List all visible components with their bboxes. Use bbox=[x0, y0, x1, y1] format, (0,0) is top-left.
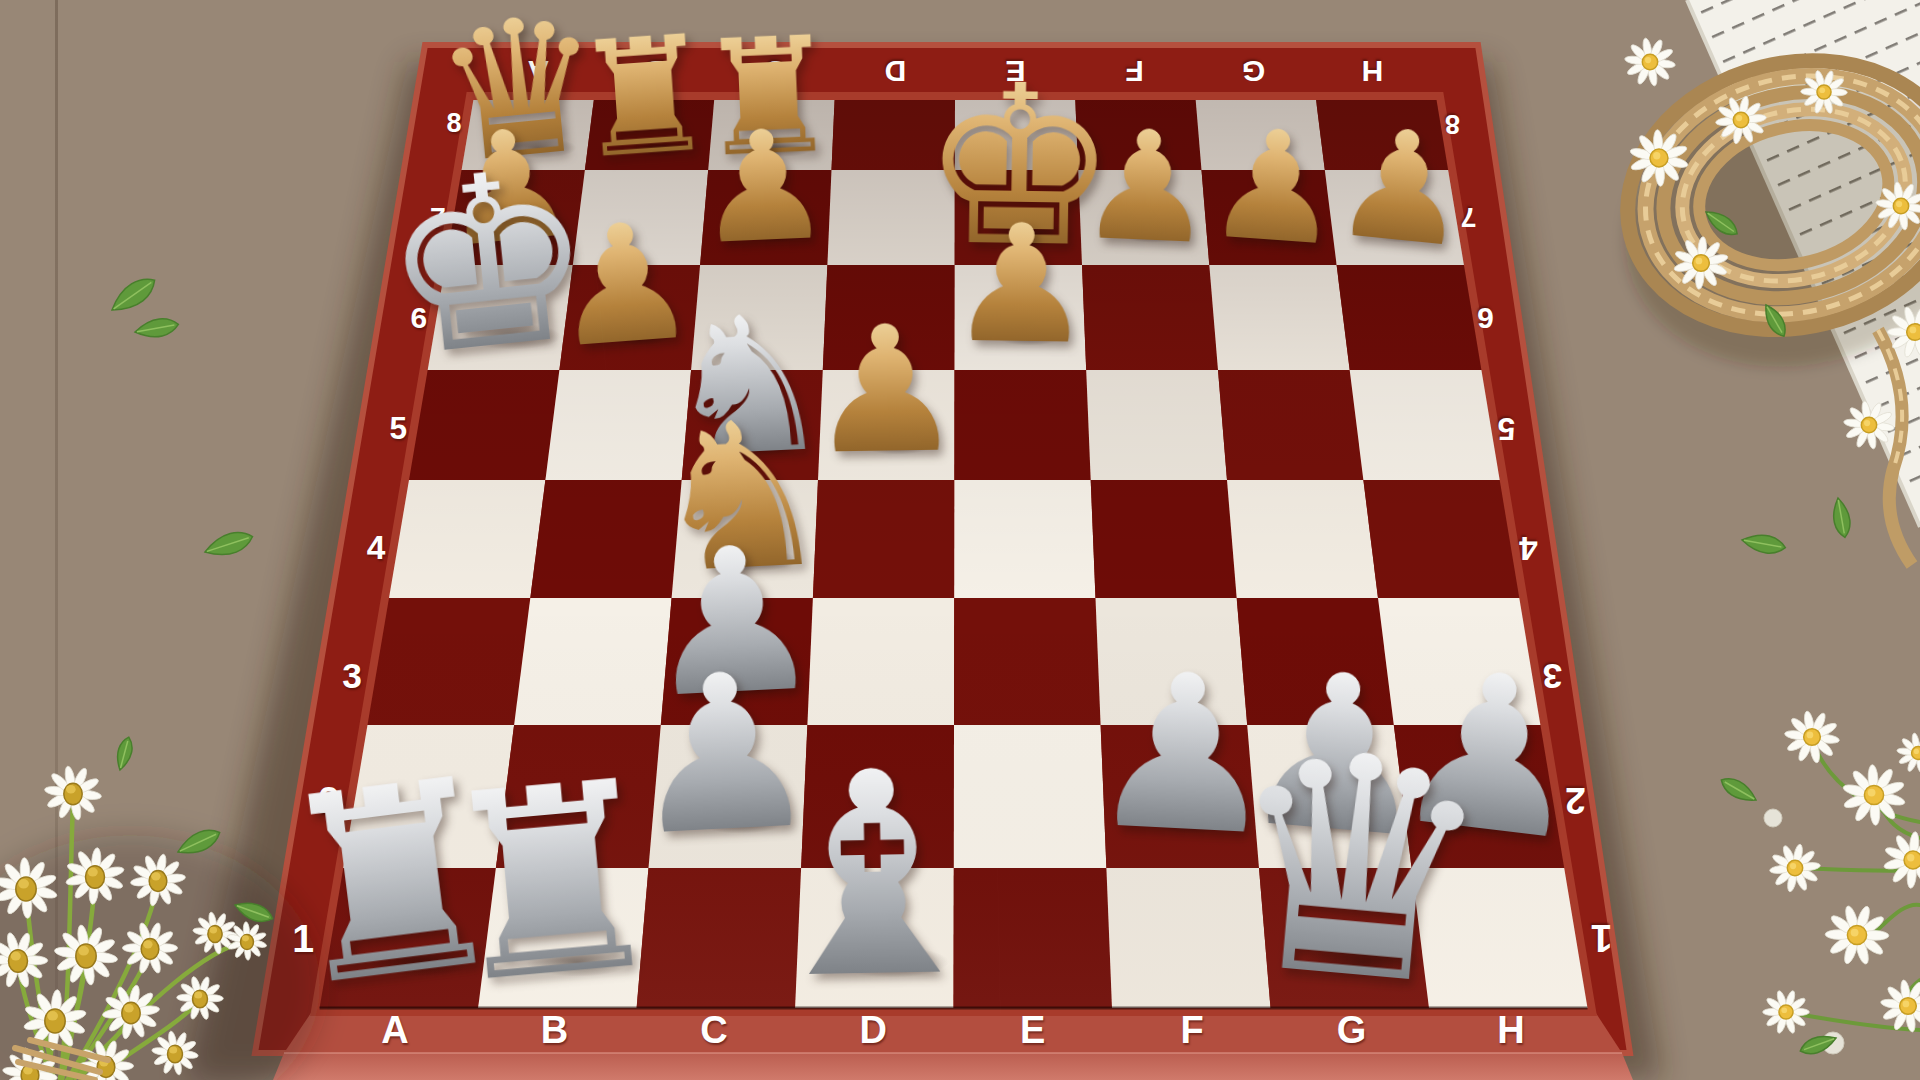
green-leaf bbox=[114, 735, 136, 771]
green-leaf bbox=[134, 316, 180, 341]
file-label-top-h: H bbox=[1361, 54, 1384, 88]
green-leaf bbox=[202, 527, 256, 561]
daisy-flower bbox=[1880, 979, 1920, 1032]
chamomile-flower bbox=[44, 765, 102, 820]
daisy-flower bbox=[1769, 843, 1820, 892]
piece-gold-pawn-g7[interactable]: ♟ bbox=[1201, 107, 1348, 268]
file-label-top-f: F bbox=[1124, 54, 1143, 88]
piece-gold-pawn-e6[interactable]: ♟ bbox=[947, 203, 1095, 368]
piece-silver-king-a6[interactable]: ♚ bbox=[371, 136, 606, 393]
daisy-flower bbox=[1825, 905, 1889, 966]
rank-label-right-1: 1 bbox=[1589, 916, 1612, 961]
rank-label-right-4: 4 bbox=[1518, 529, 1538, 567]
piece-silver-queen-g1[interactable]: ♛ bbox=[1207, 707, 1505, 1033]
rank-label-left-5: 5 bbox=[390, 410, 409, 447]
green-leaf bbox=[1830, 497, 1852, 539]
daisy-flower bbox=[1883, 831, 1920, 888]
green-leaf bbox=[1741, 532, 1787, 557]
rank-label-right-5: 5 bbox=[1496, 410, 1515, 447]
rank-label-right-6: 6 bbox=[1476, 301, 1494, 335]
file-label-bottom-c: C bbox=[700, 1009, 728, 1052]
file-label-top-g: G bbox=[1241, 54, 1265, 88]
piece-silver-rook-b1[interactable]: ♜ bbox=[426, 745, 679, 1022]
rank-label-left-3: 3 bbox=[342, 656, 363, 696]
daisy-flower bbox=[1624, 37, 1675, 86]
file-label-bottom-f: F bbox=[1181, 1009, 1205, 1052]
green-leaf bbox=[106, 272, 160, 319]
file-label-bottom-h: H bbox=[1497, 1009, 1525, 1052]
green-leaf bbox=[1717, 773, 1759, 807]
piece-gold-pawn-h7[interactable]: ♟ bbox=[1327, 105, 1478, 270]
piece-gold-pawn-c7[interactable]: ♟ bbox=[692, 108, 835, 266]
daisy-flower bbox=[1763, 990, 1810, 1034]
table-scene: ABCDEFGHABCDEFGH8765432187654321 ♛♜♜♚♟♟♟… bbox=[0, 0, 1920, 1080]
daisy-flower bbox=[1784, 710, 1840, 763]
file-label-top-d: D bbox=[884, 54, 907, 88]
file-label-bottom-e: E bbox=[1020, 1009, 1046, 1052]
piece-gold-pawn-f7[interactable]: ♟ bbox=[1075, 108, 1218, 266]
piece-silver-bishop-d1[interactable]: ♝ bbox=[745, 734, 1001, 1019]
daisy-sprigs-bottom-right bbox=[1717, 710, 1920, 1058]
daisy-flower bbox=[1897, 733, 1920, 774]
rank-label-left-4: 4 bbox=[367, 529, 387, 567]
